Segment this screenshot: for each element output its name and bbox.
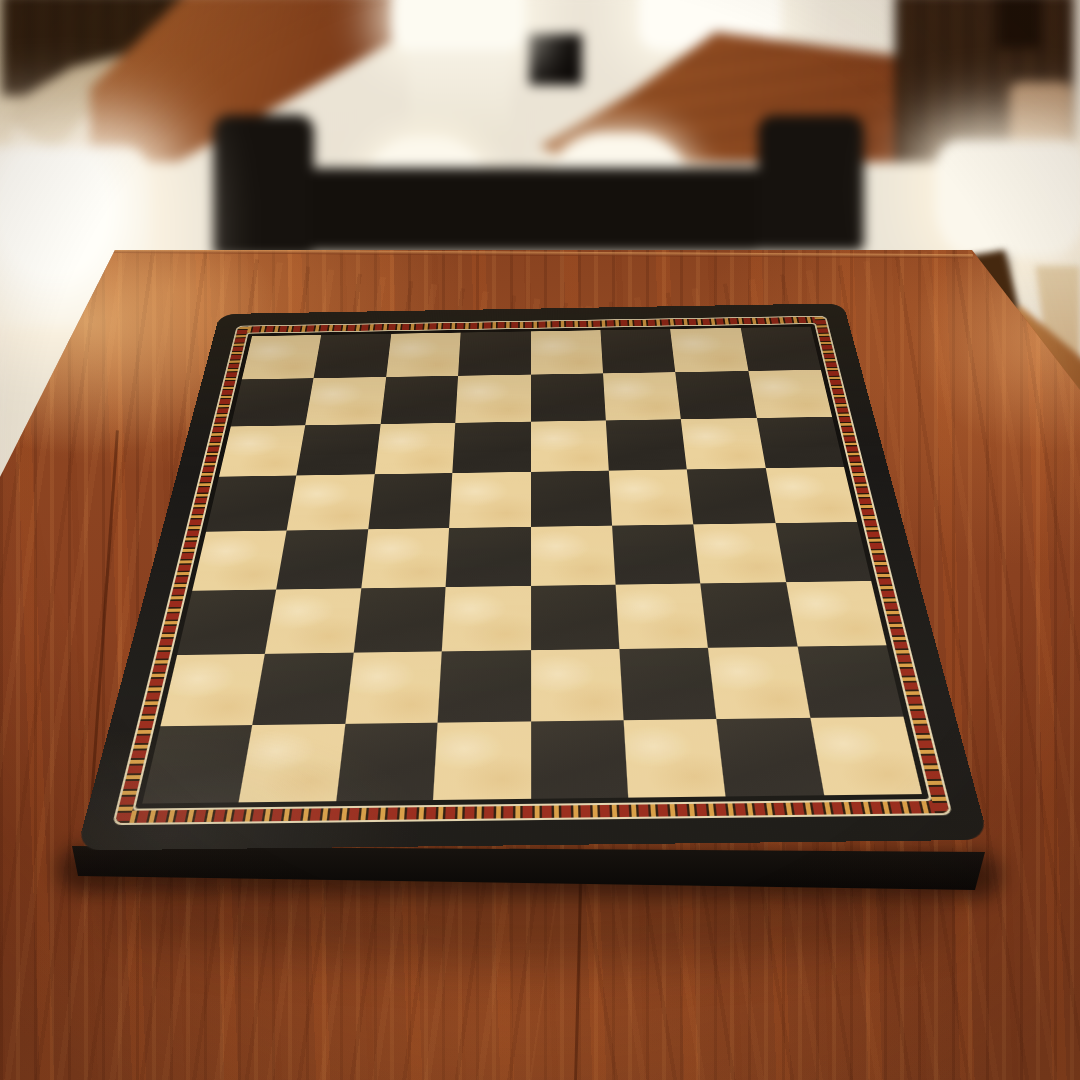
square-a1[interactable] [142,725,252,804]
square-a8[interactable] [242,335,322,380]
square-c6[interactable] [374,423,455,475]
square-a4[interactable] [192,530,287,590]
square-a7[interactable] [231,378,314,426]
square-c4[interactable] [361,528,449,588]
square-g3[interactable] [701,582,798,648]
square-f2[interactable] [619,648,716,720]
square-b6[interactable] [297,424,381,476]
square-f7[interactable] [603,372,681,420]
square-h8[interactable] [740,327,821,372]
square-a2[interactable] [160,654,265,726]
square-c3[interactable] [353,587,445,653]
square-e8[interactable] [531,330,603,375]
square-d5[interactable] [449,472,530,528]
square-d4[interactable] [446,527,531,588]
square-g1[interactable] [717,717,824,796]
square-b3[interactable] [265,588,361,654]
square-b2[interactable] [253,653,354,725]
scene [0,0,1080,1080]
square-e4[interactable] [531,525,616,586]
square-c5[interactable] [368,473,452,529]
square-d7[interactable] [455,375,530,423]
square-b4[interactable] [277,529,368,589]
square-d2[interactable] [438,650,531,722]
square-g6[interactable] [681,418,765,470]
square-a6[interactable] [219,425,306,477]
square-g4[interactable] [693,523,785,584]
square-e2[interactable] [531,649,624,721]
square-g5[interactable] [687,468,775,524]
square-h5[interactable] [765,467,857,523]
square-h2[interactable] [797,646,903,718]
square-h3[interactable] [786,581,887,647]
square-h1[interactable] [810,716,922,795]
square-e1[interactable] [531,720,629,799]
square-e6[interactable] [531,420,609,472]
square-a3[interactable] [177,589,277,655]
square-d1[interactable] [433,721,530,800]
square-b5[interactable] [287,474,374,530]
chessboard [76,303,988,850]
board-grid [142,327,922,804]
square-c2[interactable] [345,652,442,724]
square-g2[interactable] [708,647,810,719]
square-e7[interactable] [531,374,606,422]
square-e3[interactable] [531,585,620,651]
square-f8[interactable] [600,329,675,374]
square-e5[interactable] [531,471,612,527]
square-a5[interactable] [206,476,297,532]
square-c1[interactable] [336,722,438,801]
square-b1[interactable] [239,724,345,803]
square-d3[interactable] [442,586,531,652]
square-f1[interactable] [623,719,725,798]
square-d8[interactable] [458,331,530,376]
square-g8[interactable] [670,328,748,373]
square-f3[interactable] [615,583,708,649]
square-h4[interactable] [775,522,871,583]
square-h6[interactable] [756,417,844,469]
square-h7[interactable] [748,370,832,418]
square-b7[interactable] [306,377,386,425]
square-f4[interactable] [612,524,701,585]
square-f5[interactable] [609,469,694,525]
square-b8[interactable] [314,334,391,379]
square-c8[interactable] [386,333,461,378]
square-g7[interactable] [675,371,756,419]
square-c7[interactable] [380,376,458,424]
square-f6[interactable] [606,419,687,471]
square-d6[interactable] [452,422,530,474]
